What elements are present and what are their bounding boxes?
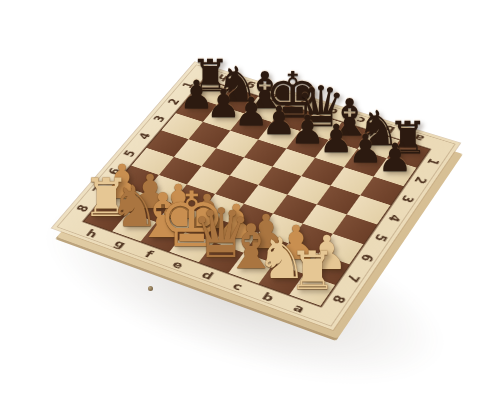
piece-white-rook-a8[interactable]: ♜ (289, 244, 337, 297)
chess-set-photo: hgfedcba hgfedcba 12345678 12345678 ♜♞♝♚… (0, 0, 500, 400)
clasp-screw (148, 286, 153, 291)
piece-black-pawn-a2[interactable]: ♟ (378, 139, 413, 178)
